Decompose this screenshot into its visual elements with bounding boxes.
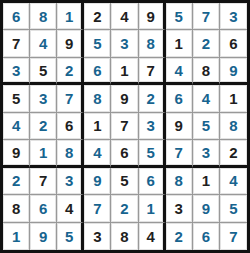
cell-r8c2[interactable]: 6 [30, 195, 57, 222]
cell-r6c9[interactable]: 2 [220, 140, 247, 167]
sudoku-board: 6812495737495381263526174895378926414261… [0, 0, 250, 253]
cell-r7c4[interactable]: 9 [84, 168, 111, 195]
cell-r9c7[interactable]: 2 [166, 223, 193, 250]
cell-r5c7[interactable]: 9 [166, 113, 193, 140]
cell-r4c4[interactable]: 8 [84, 85, 111, 112]
cell-r2c7[interactable]: 1 [166, 30, 193, 57]
cell-r6c7[interactable]: 7 [166, 140, 193, 167]
cell-r6c3[interactable]: 8 [57, 140, 84, 167]
cell-r8c1[interactable]: 8 [3, 195, 30, 222]
cell-r5c5[interactable]: 7 [111, 113, 138, 140]
cell-r8c5[interactable]: 2 [111, 195, 138, 222]
cell-r7c9[interactable]: 4 [220, 168, 247, 195]
cell-r8c4[interactable]: 7 [84, 195, 111, 222]
cell-r1c8[interactable]: 7 [193, 3, 220, 30]
cell-r3c4[interactable]: 6 [84, 58, 111, 85]
cell-r1c2[interactable]: 8 [30, 3, 57, 30]
cell-r9c4[interactable]: 3 [84, 223, 111, 250]
cell-r9c5[interactable]: 8 [111, 223, 138, 250]
cell-r4c7[interactable]: 6 [166, 85, 193, 112]
cell-r5c1[interactable]: 4 [3, 113, 30, 140]
cell-r2c2[interactable]: 4 [30, 30, 57, 57]
cell-r8c3[interactable]: 4 [57, 195, 84, 222]
cell-r9c2[interactable]: 9 [30, 223, 57, 250]
cell-r1c3[interactable]: 1 [57, 3, 84, 30]
cell-r5c3[interactable]: 6 [57, 113, 84, 140]
cell-r4c9[interactable]: 1 [220, 85, 247, 112]
sudoku-container: 6812495737495381263526174895378926414261… [0, 0, 250, 253]
cell-r7c1[interactable]: 2 [3, 168, 30, 195]
cell-r1c4[interactable]: 2 [84, 3, 111, 30]
cell-r9c9[interactable]: 7 [220, 223, 247, 250]
cell-r2c5[interactable]: 3 [111, 30, 138, 57]
cell-r4c2[interactable]: 3 [30, 85, 57, 112]
cell-r3c3[interactable]: 2 [57, 58, 84, 85]
cell-r7c3[interactable]: 3 [57, 168, 84, 195]
cell-r6c8[interactable]: 3 [193, 140, 220, 167]
cell-r7c8[interactable]: 1 [193, 168, 220, 195]
cell-r3c1[interactable]: 3 [3, 58, 30, 85]
cell-r3c9[interactable]: 9 [220, 58, 247, 85]
cell-r7c5[interactable]: 5 [111, 168, 138, 195]
cell-r4c1[interactable]: 5 [3, 85, 30, 112]
cell-r8c6[interactable]: 1 [139, 195, 166, 222]
cell-r4c5[interactable]: 9 [111, 85, 138, 112]
cell-r7c6[interactable]: 6 [139, 168, 166, 195]
cell-r9c6[interactable]: 4 [139, 223, 166, 250]
cell-r6c6[interactable]: 5 [139, 140, 166, 167]
cell-r4c8[interactable]: 4 [193, 85, 220, 112]
cell-r8c7[interactable]: 3 [166, 195, 193, 222]
cell-r8c9[interactable]: 5 [220, 195, 247, 222]
cell-r7c7[interactable]: 8 [166, 168, 193, 195]
cell-r2c1[interactable]: 7 [3, 30, 30, 57]
cell-r6c4[interactable]: 4 [84, 140, 111, 167]
cell-r2c9[interactable]: 6 [220, 30, 247, 57]
cell-r5c2[interactable]: 2 [30, 113, 57, 140]
cell-r7c2[interactable]: 7 [30, 168, 57, 195]
cell-r2c3[interactable]: 9 [57, 30, 84, 57]
cell-r8c8[interactable]: 9 [193, 195, 220, 222]
cell-r2c8[interactable]: 2 [193, 30, 220, 57]
cell-r1c9[interactable]: 3 [220, 3, 247, 30]
cell-r2c6[interactable]: 8 [139, 30, 166, 57]
cell-r5c6[interactable]: 3 [139, 113, 166, 140]
cell-r5c8[interactable]: 5 [193, 113, 220, 140]
cell-r3c2[interactable]: 5 [30, 58, 57, 85]
cell-r5c4[interactable]: 1 [84, 113, 111, 140]
cell-r9c8[interactable]: 6 [193, 223, 220, 250]
cell-r1c5[interactable]: 4 [111, 3, 138, 30]
cell-r3c6[interactable]: 7 [139, 58, 166, 85]
cell-r9c3[interactable]: 5 [57, 223, 84, 250]
cell-r3c7[interactable]: 4 [166, 58, 193, 85]
cell-r6c5[interactable]: 6 [111, 140, 138, 167]
cell-r5c9[interactable]: 8 [220, 113, 247, 140]
cell-r6c1[interactable]: 9 [3, 140, 30, 167]
cell-r1c7[interactable]: 5 [166, 3, 193, 30]
cell-r3c5[interactable]: 1 [111, 58, 138, 85]
cell-r9c1[interactable]: 1 [3, 223, 30, 250]
cell-r4c3[interactable]: 7 [57, 85, 84, 112]
cell-r1c6[interactable]: 9 [139, 3, 166, 30]
cell-r6c2[interactable]: 1 [30, 140, 57, 167]
cell-r1c1[interactable]: 6 [3, 3, 30, 30]
cell-r4c6[interactable]: 2 [139, 85, 166, 112]
cell-r2c4[interactable]: 5 [84, 30, 111, 57]
cell-r3c8[interactable]: 8 [193, 58, 220, 85]
